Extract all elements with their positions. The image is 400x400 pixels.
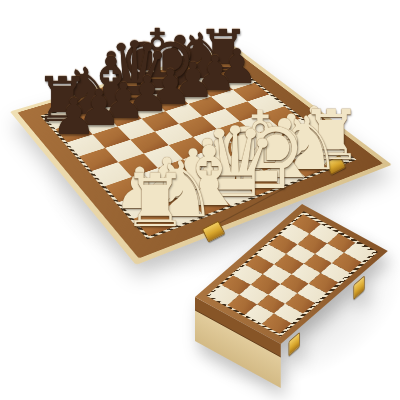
- closed-chess-board-case: [0, 0, 400, 400]
- chess-set-photo: ♜♞♝♛♚♝♞♜♟♟♟♟♟♟♟♟♟♟♟♟♟♟♟♟♜♞♝♛♚♝♞♜: [0, 0, 400, 400]
